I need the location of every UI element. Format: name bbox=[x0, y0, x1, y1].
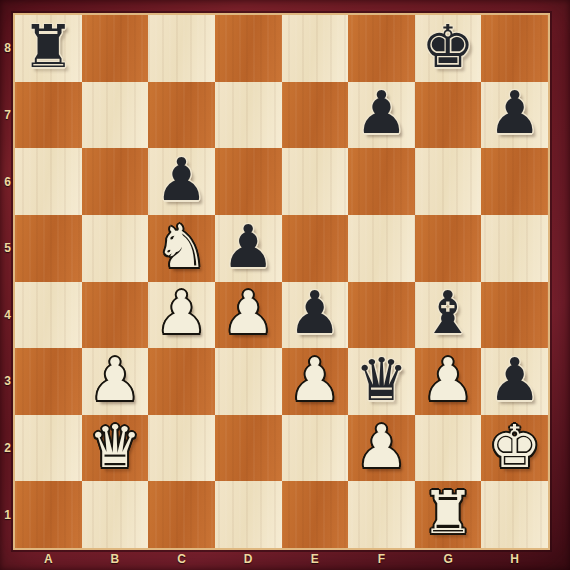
square-e2[interactable] bbox=[282, 415, 349, 482]
rank-label-4: 4 bbox=[0, 282, 15, 349]
square-f4[interactable] bbox=[348, 282, 415, 349]
square-f7[interactable]: ♟ bbox=[348, 82, 415, 149]
square-d4[interactable]: ♟ bbox=[215, 282, 282, 349]
square-g3[interactable]: ♟ bbox=[415, 348, 482, 415]
square-e4[interactable]: ♟ bbox=[282, 282, 349, 349]
square-h1[interactable] bbox=[481, 481, 548, 548]
square-h2[interactable]: ♚ bbox=[481, 415, 548, 482]
square-b1[interactable] bbox=[82, 481, 149, 548]
square-e5[interactable] bbox=[282, 215, 349, 282]
white-pawn[interactable]: ♟ bbox=[155, 283, 208, 342]
file-label-h: H bbox=[481, 548, 548, 570]
square-b5[interactable] bbox=[82, 215, 149, 282]
black-rook[interactable]: ♜ bbox=[22, 17, 75, 76]
square-c2[interactable] bbox=[148, 415, 215, 482]
square-a8[interactable]: ♜ bbox=[15, 15, 82, 82]
square-e8[interactable] bbox=[282, 15, 349, 82]
square-g8[interactable]: ♚ bbox=[415, 15, 482, 82]
square-b7[interactable] bbox=[82, 82, 149, 149]
square-b2[interactable]: ♛ bbox=[82, 415, 149, 482]
square-f1[interactable] bbox=[348, 481, 415, 548]
black-queen[interactable]: ♛ bbox=[355, 350, 408, 409]
file-labels: ABCDEFGH bbox=[15, 548, 548, 570]
square-c8[interactable] bbox=[148, 15, 215, 82]
square-e1[interactable] bbox=[282, 481, 349, 548]
square-h3[interactable]: ♟ bbox=[481, 348, 548, 415]
rank-label-3: 3 bbox=[0, 348, 15, 415]
square-h6[interactable] bbox=[481, 148, 548, 215]
square-h7[interactable]: ♟ bbox=[481, 82, 548, 149]
white-pawn[interactable]: ♟ bbox=[288, 350, 341, 409]
rank-label-6: 6 bbox=[0, 148, 15, 215]
square-d6[interactable] bbox=[215, 148, 282, 215]
square-a7[interactable] bbox=[15, 82, 82, 149]
rank-labels: 87654321 bbox=[0, 15, 15, 548]
white-pawn[interactable]: ♟ bbox=[422, 350, 475, 409]
square-c4[interactable]: ♟ bbox=[148, 282, 215, 349]
square-g2[interactable] bbox=[415, 415, 482, 482]
black-pawn[interactable]: ♟ bbox=[488, 83, 541, 142]
square-h8[interactable] bbox=[481, 15, 548, 82]
square-f5[interactable] bbox=[348, 215, 415, 282]
square-d5[interactable]: ♟ bbox=[215, 215, 282, 282]
file-label-d: D bbox=[215, 548, 282, 570]
square-g4[interactable]: ♝ bbox=[415, 282, 482, 349]
square-d1[interactable] bbox=[215, 481, 282, 548]
rank-label-5: 5 bbox=[0, 215, 15, 282]
square-d2[interactable] bbox=[215, 415, 282, 482]
black-bishop[interactable]: ♝ bbox=[422, 283, 475, 342]
square-b8[interactable] bbox=[82, 15, 149, 82]
square-d7[interactable] bbox=[215, 82, 282, 149]
square-a3[interactable] bbox=[15, 348, 82, 415]
file-label-g: G bbox=[415, 548, 482, 570]
file-label-c: C bbox=[148, 548, 215, 570]
file-label-a: A bbox=[15, 548, 82, 570]
square-f3[interactable]: ♛ bbox=[348, 348, 415, 415]
black-pawn[interactable]: ♟ bbox=[288, 283, 341, 342]
square-d8[interactable] bbox=[215, 15, 282, 82]
black-pawn[interactable]: ♟ bbox=[222, 217, 275, 276]
square-h5[interactable] bbox=[481, 215, 548, 282]
chess-board: ♜♚♟♟♟♞♟♟♟♟♝♟♟♛♟♟♛♟♚♜ bbox=[15, 15, 548, 548]
square-b4[interactable] bbox=[82, 282, 149, 349]
rank-label-7: 7 bbox=[0, 82, 15, 149]
square-a5[interactable] bbox=[15, 215, 82, 282]
square-c1[interactable] bbox=[148, 481, 215, 548]
square-e7[interactable] bbox=[282, 82, 349, 149]
file-label-e: E bbox=[282, 548, 349, 570]
square-d3[interactable] bbox=[215, 348, 282, 415]
white-king[interactable]: ♚ bbox=[488, 417, 541, 476]
square-e3[interactable]: ♟ bbox=[282, 348, 349, 415]
white-rook[interactable]: ♜ bbox=[422, 483, 475, 542]
square-c6[interactable]: ♟ bbox=[148, 148, 215, 215]
square-c3[interactable] bbox=[148, 348, 215, 415]
square-g1[interactable]: ♜ bbox=[415, 481, 482, 548]
file-label-f: F bbox=[348, 548, 415, 570]
square-a1[interactable] bbox=[15, 481, 82, 548]
square-g6[interactable] bbox=[415, 148, 482, 215]
chess-diagram: ♜♚♟♟♟♞♟♟♟♟♝♟♟♛♟♟♛♟♚♜ 87654321 ABCDEFGH bbox=[0, 0, 570, 570]
white-pawn[interactable]: ♟ bbox=[88, 350, 141, 409]
file-label-b: B bbox=[82, 548, 149, 570]
square-h4[interactable] bbox=[481, 282, 548, 349]
rank-label-2: 2 bbox=[0, 415, 15, 482]
square-c7[interactable] bbox=[148, 82, 215, 149]
square-a2[interactable] bbox=[15, 415, 82, 482]
square-f8[interactable] bbox=[348, 15, 415, 82]
square-a4[interactable] bbox=[15, 282, 82, 349]
white-pawn[interactable]: ♟ bbox=[355, 417, 408, 476]
black-pawn[interactable]: ♟ bbox=[355, 83, 408, 142]
black-king[interactable]: ♚ bbox=[422, 17, 475, 76]
rank-label-8: 8 bbox=[0, 15, 15, 82]
square-g5[interactable] bbox=[415, 215, 482, 282]
black-pawn[interactable]: ♟ bbox=[155, 150, 208, 209]
black-pawn[interactable]: ♟ bbox=[488, 350, 541, 409]
rank-label-1: 1 bbox=[0, 481, 15, 548]
square-b6[interactable] bbox=[82, 148, 149, 215]
square-b3[interactable]: ♟ bbox=[82, 348, 149, 415]
square-e6[interactable] bbox=[282, 148, 349, 215]
square-a6[interactable] bbox=[15, 148, 82, 215]
square-f2[interactable]: ♟ bbox=[348, 415, 415, 482]
square-f6[interactable] bbox=[348, 148, 415, 215]
square-g7[interactable] bbox=[415, 82, 482, 149]
square-c5[interactable]: ♞ bbox=[148, 215, 215, 282]
white-knight[interactable]: ♞ bbox=[155, 217, 208, 276]
white-pawn[interactable]: ♟ bbox=[222, 283, 275, 342]
white-queen[interactable]: ♛ bbox=[88, 417, 141, 476]
